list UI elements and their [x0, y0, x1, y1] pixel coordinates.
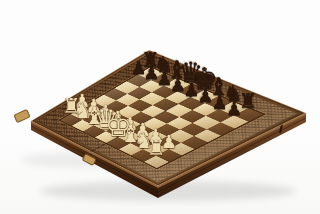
brass-hinge-icon [14, 109, 30, 122]
chess-set-photo: ♜♞♝♛♚♝♞♜♟♟♟♟♟♟♟♟♟♟♟♟♟♟♟♟♜♞♝♛♚♝♞♜ [0, 0, 320, 214]
